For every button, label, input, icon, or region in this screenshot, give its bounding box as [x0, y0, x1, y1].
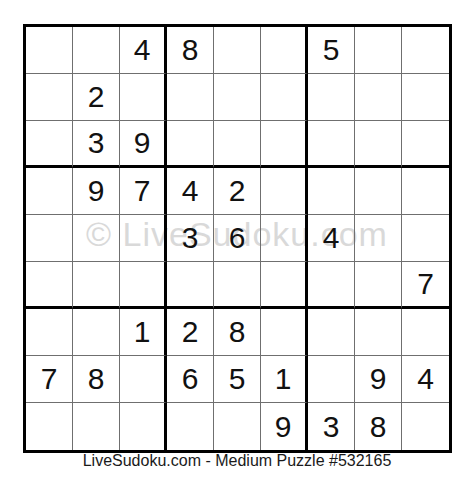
- cell-r6c1[interactable]: [26, 262, 73, 309]
- puzzle-caption: LiveSudoku.com - Medium Puzzle #532165: [0, 452, 474, 470]
- cell-r8c1[interactable]: 7: [26, 356, 73, 403]
- cell-r5c4[interactable]: 3: [167, 215, 214, 262]
- cell-r3c4[interactable]: [167, 121, 214, 168]
- cell-r2c1[interactable]: [26, 74, 73, 121]
- cell-r4c7[interactable]: [308, 168, 355, 215]
- cell-r5c9[interactable]: [402, 215, 449, 262]
- cell-r4c4[interactable]: 4: [167, 168, 214, 215]
- cell-r5c3[interactable]: [120, 215, 167, 262]
- cell-r6c2[interactable]: [73, 262, 120, 309]
- cell-r2c3[interactable]: [120, 74, 167, 121]
- cell-r7c6[interactable]: [261, 309, 308, 356]
- cell-r5c2[interactable]: [73, 215, 120, 262]
- cell-r8c9[interactable]: 4: [402, 356, 449, 403]
- cell-r4c1[interactable]: [26, 168, 73, 215]
- cell-r4c6[interactable]: [261, 168, 308, 215]
- cell-r4c9[interactable]: [402, 168, 449, 215]
- cell-r9c3[interactable]: [120, 403, 167, 450]
- cell-r3c1[interactable]: [26, 121, 73, 168]
- cell-r6c7[interactable]: [308, 262, 355, 309]
- cell-r6c8[interactable]: [355, 262, 402, 309]
- cell-r4c8[interactable]: [355, 168, 402, 215]
- cell-r8c6[interactable]: 1: [261, 356, 308, 403]
- cell-r3c6[interactable]: [261, 121, 308, 168]
- cell-r5c8[interactable]: [355, 215, 402, 262]
- cell-r7c1[interactable]: [26, 309, 73, 356]
- cell-r1c1[interactable]: [26, 27, 73, 74]
- cell-r1c9[interactable]: [402, 27, 449, 74]
- cell-r9c6[interactable]: 9: [261, 403, 308, 450]
- sudoku-board: 485239974236471287865194938: [23, 24, 452, 453]
- cell-r3c7[interactable]: [308, 121, 355, 168]
- cell-r9c2[interactable]: [73, 403, 120, 450]
- cell-r2c9[interactable]: [402, 74, 449, 121]
- cell-r4c3[interactable]: 7: [120, 168, 167, 215]
- cell-r2c8[interactable]: [355, 74, 402, 121]
- cell-r9c5[interactable]: [214, 403, 261, 450]
- cell-r6c5[interactable]: [214, 262, 261, 309]
- cell-r8c3[interactable]: [120, 356, 167, 403]
- cell-r8c4[interactable]: 6: [167, 356, 214, 403]
- cell-r6c6[interactable]: [261, 262, 308, 309]
- cell-r7c8[interactable]: [355, 309, 402, 356]
- cell-r1c3[interactable]: 4: [120, 27, 167, 74]
- cell-r6c9[interactable]: 7: [402, 262, 449, 309]
- cell-r8c2[interactable]: 8: [73, 356, 120, 403]
- cell-r5c5[interactable]: 6: [214, 215, 261, 262]
- cell-r1c6[interactable]: [261, 27, 308, 74]
- cell-r3c5[interactable]: [214, 121, 261, 168]
- cell-r9c7[interactable]: 3: [308, 403, 355, 450]
- cell-r4c5[interactable]: 2: [214, 168, 261, 215]
- cell-r9c1[interactable]: [26, 403, 73, 450]
- cell-r7c3[interactable]: 1: [120, 309, 167, 356]
- cell-r9c4[interactable]: [167, 403, 214, 450]
- cell-r9c9[interactable]: [402, 403, 449, 450]
- cell-r1c7[interactable]: 5: [308, 27, 355, 74]
- cell-r7c9[interactable]: [402, 309, 449, 356]
- cell-r8c8[interactable]: 9: [355, 356, 402, 403]
- cell-r1c5[interactable]: [214, 27, 261, 74]
- cell-r2c5[interactable]: [214, 74, 261, 121]
- cell-r3c9[interactable]: [402, 121, 449, 168]
- cell-r6c3[interactable]: [120, 262, 167, 309]
- cell-r7c4[interactable]: 2: [167, 309, 214, 356]
- cell-r8c7[interactable]: [308, 356, 355, 403]
- cell-r5c7[interactable]: 4: [308, 215, 355, 262]
- cell-r7c5[interactable]: 8: [214, 309, 261, 356]
- cell-r9c8[interactable]: 8: [355, 403, 402, 450]
- cell-r2c7[interactable]: [308, 74, 355, 121]
- cell-r3c3[interactable]: 9: [120, 121, 167, 168]
- cell-r2c4[interactable]: [167, 74, 214, 121]
- cell-r7c7[interactable]: [308, 309, 355, 356]
- cell-r1c8[interactable]: [355, 27, 402, 74]
- cell-r3c8[interactable]: [355, 121, 402, 168]
- cell-r5c6[interactable]: [261, 215, 308, 262]
- cell-r1c2[interactable]: [73, 27, 120, 74]
- cell-r5c1[interactable]: [26, 215, 73, 262]
- cell-r4c2[interactable]: 9: [73, 168, 120, 215]
- cell-r7c2[interactable]: [73, 309, 120, 356]
- cell-r1c4[interactable]: 8: [167, 27, 214, 74]
- cell-r3c2[interactable]: 3: [73, 121, 120, 168]
- cell-r8c5[interactable]: 5: [214, 356, 261, 403]
- cell-r2c2[interactable]: 2: [73, 74, 120, 121]
- cell-r2c6[interactable]: [261, 74, 308, 121]
- cell-r6c4[interactable]: [167, 262, 214, 309]
- sudoku-page: © LiveSudoku.com 48523997423647128786519…: [0, 0, 474, 485]
